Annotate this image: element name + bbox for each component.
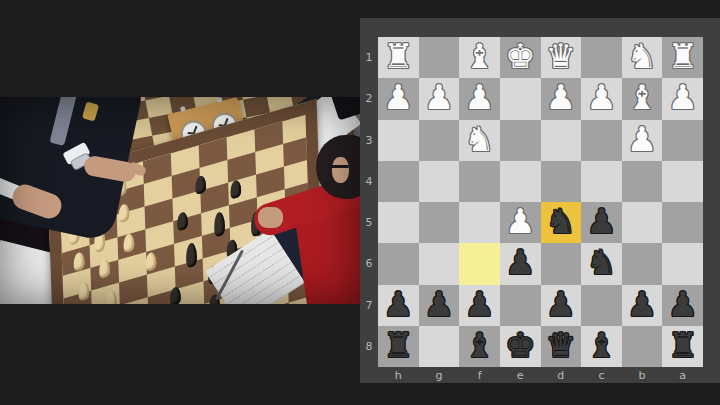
square-a8: ♜ [662,326,703,367]
rank-labels: 12345678 [360,37,378,367]
square-e2 [500,78,541,119]
white-bishop: ♝ [464,39,494,73]
white-queen: ♛ [546,39,576,73]
rank-label-3: 3 [360,120,378,161]
square-f1: ♝ [459,37,500,78]
square-h5 [378,202,419,243]
square-a5 [662,202,703,243]
black-rook: ♜ [667,328,697,362]
square-a6 [662,243,703,284]
white-knight: ♞ [627,39,657,73]
square-b8 [622,326,663,367]
white-pawn: ♟ [546,80,576,114]
black-pawn: ♟ [505,245,535,279]
square-b4 [622,161,663,202]
square-g7: ♟ [419,285,460,326]
square-h4 [378,161,419,202]
vignette [0,97,360,304]
square-e3 [500,120,541,161]
square-h7: ♟ [378,285,419,326]
white-pawn: ♟ [627,122,657,156]
file-label-d: d [541,367,582,383]
square-c5: ♟ [581,202,622,243]
file-label-e: e [500,367,541,383]
square-a7: ♟ [662,285,703,326]
white-pawn: ♟ [424,80,454,114]
white-pawn: ♟ [586,80,616,114]
rank-label-4: 4 [360,161,378,202]
square-d2: ♟ [541,78,582,119]
black-king: ♚ [505,328,535,362]
black-knight: ♞ [546,204,576,238]
square-g3 [419,120,460,161]
square-f6 [459,243,500,284]
white-rook: ♜ [383,39,413,73]
white-pawn: ♟ [667,80,697,114]
black-pawn: ♟ [383,287,413,321]
square-f8: ♝ [459,326,500,367]
square-d5: ♞ [541,202,582,243]
square-f3: ♞ [459,120,500,161]
square-a3 [662,120,703,161]
file-label-h: h [378,367,419,383]
square-b5 [622,202,663,243]
black-bishop: ♝ [464,328,494,362]
rank-label-7: 7 [360,285,378,326]
black-pawn: ♟ [424,287,454,321]
square-g2: ♟ [419,78,460,119]
chess-board: ♜♝♚♛♞♜♟♟♟♟♟♝♟♞♟♟♞♟♟♞♟♟♟♟♟♟♜♝♚♛♝♜ [378,37,703,367]
file-label-a: a [662,367,703,383]
broadcast-frame: 12345678 ♜♝♚♛♞♜♟♟♟♟♟♝♟♞♟♟♞♟♟♞♟♟♟♟♟♟♜♝♚♛♝… [0,0,720,405]
square-h3 [378,120,419,161]
black-queen: ♛ [546,328,576,362]
square-g4 [419,161,460,202]
square-e1: ♚ [500,37,541,78]
black-pawn: ♟ [627,287,657,321]
file-label-g: g [419,367,460,383]
black-pawn: ♟ [546,287,576,321]
square-b7: ♟ [622,285,663,326]
file-label-c: c [581,367,622,383]
black-pawn: ♟ [586,204,616,238]
square-d3 [541,120,582,161]
square-e5: ♟ [500,202,541,243]
square-a4 [662,161,703,202]
square-d4 [541,161,582,202]
square-b3: ♟ [622,120,663,161]
rank-label-6: 6 [360,243,378,284]
rank-label-2: 2 [360,78,378,119]
white-bishop: ♝ [627,80,657,114]
square-c8: ♝ [581,326,622,367]
square-e6: ♟ [500,243,541,284]
square-c2: ♟ [581,78,622,119]
square-d7: ♟ [541,285,582,326]
file-labels: hgfedcba [378,367,703,383]
black-pawn: ♟ [464,287,494,321]
square-g6 [419,243,460,284]
square-b2: ♝ [622,78,663,119]
square-e8: ♚ [500,326,541,367]
square-e7 [500,285,541,326]
square-f4 [459,161,500,202]
square-g1 [419,37,460,78]
square-c1 [581,37,622,78]
white-pawn: ♟ [505,204,535,238]
rank-label-5: 5 [360,202,378,243]
square-e4 [500,161,541,202]
square-h8: ♜ [378,326,419,367]
board-panel: 12345678 ♜♝♚♛♞♜♟♟♟♟♟♝♟♞♟♟♞♟♟♞♟♟♟♟♟♟♜♝♚♛♝… [360,18,720,383]
square-f2: ♟ [459,78,500,119]
white-pawn: ♟ [464,80,494,114]
square-g5 [419,202,460,243]
rank-label-1: 1 [360,37,378,78]
camera-view [0,97,360,304]
white-king: ♚ [505,39,535,73]
square-a2: ♟ [662,78,703,119]
black-knight: ♞ [586,245,616,279]
rank-label-8: 8 [360,326,378,367]
square-b6 [622,243,663,284]
square-c6: ♞ [581,243,622,284]
black-pawn: ♟ [667,287,697,321]
square-d1: ♛ [541,37,582,78]
square-g8 [419,326,460,367]
white-knight: ♞ [464,122,494,156]
square-h6 [378,243,419,284]
square-h2: ♟ [378,78,419,119]
file-label-b: b [622,367,663,383]
square-d8: ♛ [541,326,582,367]
square-c7 [581,285,622,326]
black-rook: ♜ [383,328,413,362]
file-label-f: f [459,367,500,383]
square-d6 [541,243,582,284]
square-c3 [581,120,622,161]
square-c4 [581,161,622,202]
white-rook: ♜ [667,39,697,73]
square-b1: ♞ [622,37,663,78]
square-h1: ♜ [378,37,419,78]
square-f7: ♟ [459,285,500,326]
square-f5 [459,202,500,243]
square-a1: ♜ [662,37,703,78]
black-bishop: ♝ [586,328,616,362]
white-pawn: ♟ [383,80,413,114]
